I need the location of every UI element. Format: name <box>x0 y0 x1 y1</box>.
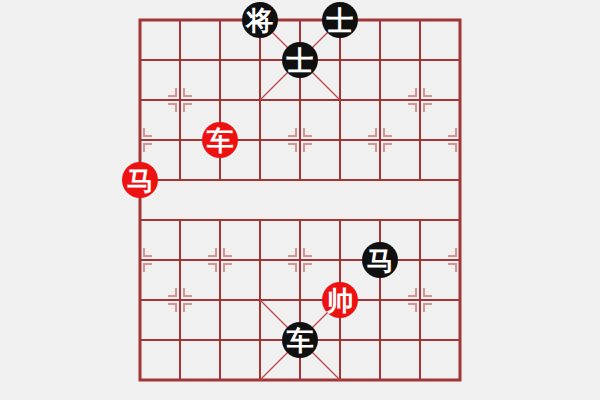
point-marker <box>168 104 176 112</box>
piece-black-advisor[interactable]: 士 <box>322 2 358 38</box>
piece-black-chariot[interactable]: 车 <box>282 322 318 358</box>
point-marker <box>184 104 192 112</box>
point-marker <box>368 128 376 136</box>
point-marker <box>448 248 456 256</box>
point-marker <box>424 288 432 296</box>
point-marker <box>384 144 392 152</box>
point-marker <box>424 88 432 96</box>
point-marker <box>184 288 192 296</box>
point-marker <box>408 288 416 296</box>
point-marker <box>288 144 296 152</box>
point-marker <box>168 288 176 296</box>
point-marker <box>208 264 216 272</box>
point-marker <box>304 264 312 272</box>
point-marker <box>288 128 296 136</box>
point-marker <box>408 88 416 96</box>
piece-glyph: 马 <box>367 247 394 274</box>
point-marker <box>144 248 152 256</box>
point-marker <box>448 264 456 272</box>
point-marker <box>288 264 296 272</box>
point-marker <box>448 128 456 136</box>
point-marker <box>304 128 312 136</box>
point-marker <box>224 264 232 272</box>
piece-glyph: 帅 <box>327 287 354 314</box>
point-marker <box>424 104 432 112</box>
piece-glyph: 将 <box>247 7 274 34</box>
point-marker <box>304 144 312 152</box>
point-marker <box>184 88 192 96</box>
point-marker <box>144 144 152 152</box>
point-marker <box>368 144 376 152</box>
piece-glyph: 马 <box>127 167 154 194</box>
piece-red-general[interactable]: 帅 <box>322 282 358 318</box>
point-marker <box>168 304 176 312</box>
point-marker <box>304 248 312 256</box>
xiangqi-board: 将士士车马马帅车 <box>0 0 600 400</box>
point-marker <box>144 264 152 272</box>
piece-glyph: 车 <box>287 327 314 354</box>
point-marker <box>408 304 416 312</box>
point-marker <box>384 128 392 136</box>
piece-black-general[interactable]: 将 <box>242 2 278 38</box>
piece-red-horse[interactable]: 马 <box>122 162 158 198</box>
piece-glyph: 士 <box>327 7 354 34</box>
point-marker <box>144 128 152 136</box>
piece-glyph: 车 <box>207 127 234 154</box>
point-marker <box>288 248 296 256</box>
piece-black-advisor[interactable]: 士 <box>282 42 318 78</box>
piece-red-chariot[interactable]: 车 <box>202 122 238 158</box>
point-marker <box>424 304 432 312</box>
point-marker <box>408 104 416 112</box>
point-marker <box>224 248 232 256</box>
point-marker <box>184 304 192 312</box>
point-marker <box>448 144 456 152</box>
piece-glyph: 士 <box>287 47 314 74</box>
point-marker <box>208 248 216 256</box>
point-marker <box>168 88 176 96</box>
piece-black-horse[interactable]: 马 <box>362 242 398 278</box>
